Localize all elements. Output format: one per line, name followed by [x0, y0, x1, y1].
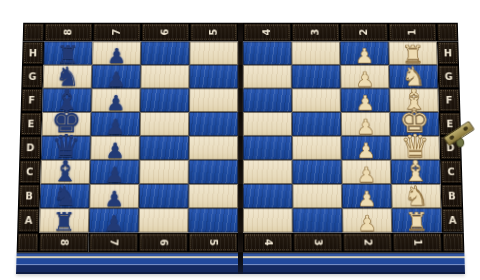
square-h2: ♟ — [339, 41, 388, 64]
square-a4 — [242, 208, 292, 232]
square-b8: ♞ — [39, 184, 89, 208]
rank-label-bottom-5: 5 — [188, 233, 238, 253]
file-label-text: G — [444, 72, 452, 81]
rank-label-text: 8 — [58, 239, 68, 246]
square-d7: ♟ — [90, 136, 140, 160]
square-g4 — [242, 65, 291, 89]
white-pawn-d2: ♟ — [334, 141, 397, 162]
file-label-text: E — [27, 119, 34, 129]
square-b6 — [138, 184, 188, 208]
white-pawn-b2: ♟ — [334, 189, 398, 210]
square-e8: ♚ — [41, 112, 91, 136]
rank-label-top-6: 6 — [141, 23, 190, 42]
black-bishop-f8: ♝ — [35, 86, 98, 114]
square-c2: ♟ — [341, 160, 391, 184]
square-h1: ♜ — [388, 41, 437, 64]
fold-seam-segment — [238, 41, 243, 64]
white-knight-b1: ♞ — [384, 183, 448, 210]
rank-label-top-4: 4 — [242, 23, 291, 42]
square-a8: ♜ — [39, 208, 89, 232]
rank-label-text: 6 — [158, 239, 168, 246]
square-g5 — [189, 65, 238, 89]
square-g8: ♞ — [42, 65, 91, 89]
rank-label-text: 6 — [160, 29, 170, 35]
rank-label-bottom-1: 1 — [392, 233, 442, 253]
rank-label-text: 1 — [412, 239, 422, 246]
square-c8: ♝ — [40, 160, 90, 184]
file-label-text: A — [24, 216, 32, 226]
square-a6 — [138, 208, 188, 232]
rank-label-bottom-2: 2 — [342, 233, 392, 253]
file-label-text: C — [26, 167, 34, 177]
black-pawn-c7: ♟ — [82, 165, 146, 186]
file-label-text: E — [446, 119, 453, 129]
white-pawn-h2: ♟ — [333, 46, 396, 67]
rank-label-bottom-6: 6 — [138, 233, 188, 253]
square-f5 — [189, 88, 238, 112]
square-d2: ♟ — [341, 136, 391, 160]
fold-seam-segment — [238, 65, 243, 89]
fold-seam-segment — [238, 136, 243, 160]
white-pawn-f2: ♟ — [333, 93, 396, 114]
rank-label-text: 5 — [208, 29, 218, 35]
square-e6 — [139, 112, 188, 136]
square-c1: ♝ — [390, 160, 440, 184]
black-knight-g8: ♞ — [35, 64, 98, 90]
rank-label-text: 8 — [63, 29, 73, 35]
file-label-text: C — [447, 167, 455, 177]
file-label-left-h: H — [21, 41, 43, 64]
file-label-text: H — [28, 48, 36, 57]
square-a1: ♜ — [391, 208, 441, 232]
file-label-text: F — [445, 95, 452, 104]
file-label-left-e: E — [19, 112, 41, 136]
white-pawn-g2: ♟ — [333, 70, 396, 91]
frame-corner — [441, 233, 463, 253]
square-b1: ♞ — [391, 184, 441, 208]
square-c4 — [242, 160, 291, 184]
square-h4 — [242, 41, 291, 64]
square-h5 — [189, 41, 238, 64]
fold-seam-front — [238, 252, 243, 274]
file-label-left-d: D — [19, 136, 41, 160]
black-rook-h8: ♜ — [36, 42, 99, 66]
square-f2: ♟ — [340, 88, 389, 112]
rank-label-text: 1 — [407, 29, 417, 35]
black-pawn-a7: ♟ — [81, 213, 145, 235]
square-e3 — [291, 112, 340, 136]
black-rook-a8: ♜ — [32, 209, 96, 234]
square-f1: ♝ — [389, 88, 438, 112]
file-label-right-c: C — [440, 160, 462, 184]
file-label-text: G — [28, 72, 36, 81]
file-label-left-b: B — [17, 184, 39, 208]
rank-label-top-1: 1 — [388, 23, 437, 42]
square-c7: ♟ — [89, 160, 139, 184]
square-c3 — [292, 160, 342, 184]
file-label-text: H — [443, 48, 451, 57]
fold-seam-segment — [238, 184, 243, 208]
black-knight-b8: ♞ — [32, 183, 96, 210]
rank-label-text: 7 — [108, 239, 118, 246]
file-label-text: F — [28, 95, 35, 104]
square-d6 — [139, 136, 188, 160]
file-label-right-h: H — [436, 41, 458, 64]
rank-label-text: 4 — [262, 29, 272, 35]
white-pawn-a2: ♟ — [335, 213, 399, 235]
white-bishop-f1: ♝ — [382, 86, 445, 114]
square-f4 — [242, 88, 291, 112]
file-label-left-a: A — [17, 208, 40, 232]
square-a5 — [188, 208, 238, 232]
square-b4 — [242, 184, 292, 208]
square-b5 — [188, 184, 238, 208]
square-f8: ♝ — [42, 88, 91, 112]
black-pawn-d7: ♟ — [83, 141, 146, 162]
square-h6 — [140, 41, 189, 64]
square-f6 — [140, 88, 189, 112]
file-label-right-f: F — [438, 88, 460, 112]
black-bishop-c8: ♝ — [33, 157, 97, 186]
square-f3 — [291, 88, 340, 112]
black-pawn-h7: ♟ — [85, 46, 148, 67]
fold-seam — [238, 23, 243, 42]
square-h7: ♟ — [92, 41, 141, 64]
fold-seam-segment — [238, 208, 243, 232]
rank-label-text: 2 — [359, 29, 369, 35]
fold-seam-segment — [238, 112, 243, 136]
black-pawn-f7: ♟ — [84, 93, 147, 114]
square-d1: ♛ — [390, 136, 440, 160]
rank-label-bottom-7: 7 — [88, 233, 138, 253]
fold-seam-segment — [238, 160, 243, 184]
rank-label-bottom-8: 8 — [38, 233, 88, 253]
rank-label-bottom-3: 3 — [292, 233, 342, 253]
square-d5 — [188, 136, 237, 160]
file-label-left-c: C — [18, 160, 40, 184]
rank-label-top-7: 7 — [92, 23, 141, 42]
rank-label-bottom-4: 4 — [242, 233, 292, 253]
square-d8: ♛ — [40, 136, 90, 160]
fold-seam-segment — [238, 233, 243, 253]
white-queen-d1: ♛ — [383, 130, 447, 162]
square-e7: ♟ — [90, 112, 139, 136]
square-g3 — [291, 65, 340, 89]
frame-corner — [22, 23, 44, 42]
square-g6 — [140, 65, 189, 89]
file-label-left-g: G — [21, 65, 43, 89]
file-label-text: B — [447, 191, 455, 201]
black-pawn-e7: ♟ — [83, 117, 146, 138]
square-a7: ♟ — [88, 208, 138, 232]
black-queen-d8: ♛ — [34, 130, 98, 162]
square-b3 — [292, 184, 342, 208]
black-pawn-g7: ♟ — [84, 70, 147, 91]
square-b7: ♟ — [89, 184, 139, 208]
square-g7: ♟ — [91, 65, 140, 89]
rank-label-top-3: 3 — [291, 23, 340, 42]
file-label-right-b: B — [440, 184, 462, 208]
rank-label-text: 5 — [208, 239, 218, 246]
square-e4 — [242, 112, 291, 136]
square-h3 — [291, 41, 340, 64]
square-e2: ♟ — [340, 112, 389, 136]
frame-corner — [16, 233, 38, 253]
square-d3 — [292, 136, 341, 160]
file-label-text: D — [26, 143, 34, 153]
folding-wooden-chess-set: 87654321H♜♟♟♜HG♞♟♟♞GF♝♟♟♝FE♚♟♟♚ED♛♟♟♛DC♝… — [16, 23, 465, 274]
fold-seam-segment — [238, 88, 243, 112]
square-c5 — [188, 160, 237, 184]
rank-label-top-8: 8 — [44, 23, 93, 42]
frame-corner — [436, 23, 458, 42]
white-bishop-c1: ♝ — [383, 157, 447, 186]
rank-label-top-5: 5 — [189, 23, 238, 42]
file-label-right-g: G — [437, 65, 459, 89]
square-d4 — [242, 136, 291, 160]
white-pawn-e2: ♟ — [334, 117, 397, 138]
square-c6 — [139, 160, 189, 184]
square-g2: ♟ — [340, 65, 389, 89]
file-label-text: A — [448, 216, 456, 226]
white-knight-g1: ♞ — [382, 64, 445, 90]
white-rook-a1: ♜ — [384, 209, 448, 234]
square-a3 — [292, 208, 342, 232]
black-pawn-b7: ♟ — [82, 189, 146, 210]
square-a2: ♟ — [342, 208, 392, 232]
white-pawn-c2: ♟ — [334, 165, 398, 186]
rank-label-top-2: 2 — [339, 23, 388, 42]
rank-label-text: 2 — [362, 239, 372, 246]
square-f7: ♟ — [91, 88, 140, 112]
file-label-text: B — [25, 191, 33, 201]
white-rook-h1: ♜ — [381, 42, 444, 66]
square-e1: ♚ — [389, 112, 439, 136]
board-front-edge — [16, 252, 465, 274]
square-h8: ♜ — [43, 41, 92, 64]
rank-label-text: 3 — [312, 239, 322, 246]
square-b2: ♟ — [341, 184, 391, 208]
chess-board: 87654321H♜♟♟♜HG♞♟♟♞GF♝♟♟♝FE♚♟♟♚ED♛♟♟♛DC♝… — [16, 23, 464, 252]
file-label-left-f: F — [20, 88, 42, 112]
square-g1: ♞ — [388, 65, 437, 89]
square-e5 — [188, 112, 237, 136]
rank-label-text: 3 — [310, 29, 320, 35]
file-label-right-a: A — [441, 208, 464, 232]
rank-label-text: 7 — [112, 29, 122, 35]
rank-label-text: 4 — [262, 239, 272, 246]
